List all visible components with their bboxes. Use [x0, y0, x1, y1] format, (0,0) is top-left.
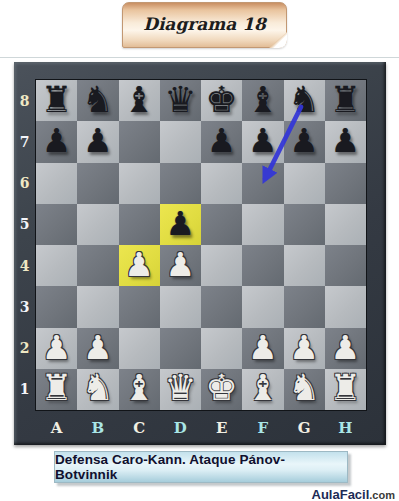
watermark-suffix[interactable]: .com [369, 489, 395, 501]
diagram-title-banner: Diagrama 18 [122, 2, 287, 48]
square-f3 [242, 286, 283, 327]
square-d5: ♟ [160, 204, 201, 245]
black-pawn: ♟ [166, 207, 196, 240]
square-e1: ♚ [201, 369, 242, 410]
square-g6 [284, 163, 325, 204]
square-b2: ♟ [77, 328, 118, 369]
square-e6 [201, 163, 242, 204]
square-c6 [119, 163, 160, 204]
square-e4 [201, 245, 242, 286]
square-c5 [119, 204, 160, 245]
white-king: ♚ [205, 370, 237, 406]
board-frame: 87654321 ABCDEFGH ♜♞♝♛♚♝♞♜♟♟♟♟♟♟♟♟♟♟♟♟♟♟… [14, 62, 386, 445]
square-c4: ♟ [119, 245, 160, 286]
square-h2: ♟ [325, 328, 366, 369]
square-d8: ♛ [160, 80, 201, 121]
black-knight: ♞ [288, 82, 320, 118]
rank-label-1: 1 [14, 369, 35, 410]
white-bishop: ♝ [123, 370, 155, 406]
rank-label-8: 8 [14, 80, 35, 121]
white-pawn: ♟ [331, 331, 361, 364]
white-pawn: ♟ [42, 331, 72, 364]
square-h5 [325, 204, 366, 245]
black-knight: ♞ [82, 82, 114, 118]
black-pawn: ♟ [207, 124, 237, 157]
square-f4 [242, 245, 283, 286]
square-h3 [325, 286, 366, 327]
square-b7: ♟ [77, 121, 118, 162]
square-f8: ♝ [242, 80, 283, 121]
file-label-a: A [36, 411, 77, 445]
square-b5 [77, 204, 118, 245]
square-b3 [77, 286, 118, 327]
square-a1: ♜ [36, 369, 77, 410]
board-grid: ♜♞♝♛♚♝♞♜♟♟♟♟♟♟♟♟♟♟♟♟♟♟♜♞♝♛♚♝♞♜ [35, 79, 367, 411]
square-e5 [201, 204, 242, 245]
square-f1: ♝ [242, 369, 283, 410]
square-c1: ♝ [119, 369, 160, 410]
black-pawn: ♟ [83, 124, 113, 157]
white-rook: ♜ [329, 370, 361, 406]
square-g5 [284, 204, 325, 245]
square-g7: ♟ [284, 121, 325, 162]
square-e2 [201, 328, 242, 369]
rank-label-3: 3 [14, 286, 35, 327]
white-knight: ♞ [288, 370, 320, 406]
white-knight: ♞ [82, 370, 114, 406]
black-pawn: ♟ [42, 124, 72, 157]
square-h1: ♜ [325, 369, 366, 410]
square-h6 [325, 163, 366, 204]
square-a7: ♟ [36, 121, 77, 162]
file-label-b: B [77, 411, 118, 445]
white-pawn: ♟ [124, 248, 154, 281]
black-rook: ♜ [329, 82, 361, 118]
white-rook: ♜ [40, 370, 72, 406]
black-pawn: ♟ [289, 124, 319, 157]
file-label-f: F [242, 411, 283, 445]
caption-text: Defensa Caro-Kann. Ataque Pánov-Botvinni… [55, 452, 347, 482]
rank-label-7: 7 [14, 121, 35, 162]
square-a4 [36, 245, 77, 286]
square-b6 [77, 163, 118, 204]
square-d4: ♟ [160, 245, 201, 286]
white-pawn: ♟ [83, 331, 113, 364]
page: Diagrama 18 87654321 ABCDEFGH ♜♞♝♛♚♝♞♜♟♟… [0, 0, 399, 501]
square-d7 [160, 121, 201, 162]
top-divider [0, 57, 399, 58]
square-d3 [160, 286, 201, 327]
square-f6 [242, 163, 283, 204]
black-pawn: ♟ [331, 124, 361, 157]
square-e7: ♟ [201, 121, 242, 162]
square-c8: ♝ [119, 80, 160, 121]
square-d2 [160, 328, 201, 369]
rank-labels: 87654321 [14, 80, 35, 410]
watermark-link[interactable]: AulaFacil.com [312, 485, 395, 501]
square-b8: ♞ [77, 80, 118, 121]
square-f2: ♟ [242, 328, 283, 369]
file-labels: ABCDEFGH [36, 411, 366, 445]
square-h8: ♜ [325, 80, 366, 121]
square-g3 [284, 286, 325, 327]
square-a8: ♜ [36, 80, 77, 121]
square-e3 [201, 286, 242, 327]
square-d6 [160, 163, 201, 204]
white-pawn: ♟ [166, 248, 196, 281]
rank-label-6: 6 [14, 163, 35, 204]
file-label-h: H [325, 411, 366, 445]
square-d1: ♛ [160, 369, 201, 410]
square-b4 [77, 245, 118, 286]
square-c2 [119, 328, 160, 369]
square-a2: ♟ [36, 328, 77, 369]
rank-label-4: 4 [14, 245, 35, 286]
white-pawn: ♟ [289, 331, 319, 364]
black-rook: ♜ [40, 82, 72, 118]
square-g2: ♟ [284, 328, 325, 369]
square-f7: ♟ [242, 121, 283, 162]
file-label-d: D [160, 411, 201, 445]
watermark-brand[interactable]: AulaFacil [312, 487, 370, 501]
square-g1: ♞ [284, 369, 325, 410]
black-king: ♚ [205, 82, 237, 118]
square-h7: ♟ [325, 121, 366, 162]
square-a5 [36, 204, 77, 245]
black-bishop: ♝ [247, 82, 279, 118]
square-b1: ♞ [77, 369, 118, 410]
file-label-g: G [284, 411, 325, 445]
square-f5 [242, 204, 283, 245]
rank-label-2: 2 [14, 328, 35, 369]
white-queen: ♛ [164, 370, 196, 406]
rank-label-5: 5 [14, 204, 35, 245]
square-c3 [119, 286, 160, 327]
square-e8: ♚ [201, 80, 242, 121]
square-a6 [36, 163, 77, 204]
square-a3 [36, 286, 77, 327]
square-g4 [284, 245, 325, 286]
black-queen: ♛ [164, 82, 196, 118]
banner-fold-corner [269, 32, 287, 48]
file-label-e: E [201, 411, 242, 445]
black-pawn: ♟ [248, 124, 278, 157]
diagram-title: Diagrama 18 [143, 14, 266, 36]
caption-box: Defensa Caro-Kann. Ataque Pánov-Botvinni… [54, 451, 348, 483]
square-c7 [119, 121, 160, 162]
square-g8: ♞ [284, 80, 325, 121]
white-pawn: ♟ [248, 331, 278, 364]
square-h4 [325, 245, 366, 286]
file-label-c: C [119, 411, 160, 445]
black-bishop: ♝ [123, 82, 155, 118]
white-bishop: ♝ [247, 370, 279, 406]
